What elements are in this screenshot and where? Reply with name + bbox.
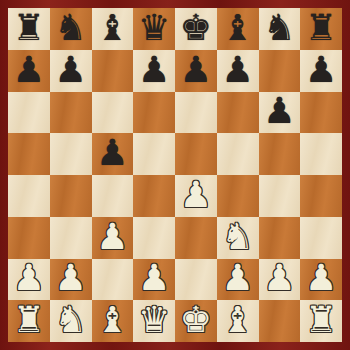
black-rook[interactable]: ♜ — [305, 10, 337, 46]
white-queen[interactable]: ♛ — [138, 302, 170, 338]
black-rook[interactable]: ♜ — [13, 10, 45, 46]
white-knight[interactable]: ♞ — [221, 219, 253, 255]
square-h7[interactable]: ♟ — [300, 50, 342, 92]
white-pawn[interactable]: ♟ — [96, 219, 128, 255]
square-c7[interactable] — [92, 50, 134, 92]
board-frame: ♜♞♝♛♚♝♞♜♟♟♟♟♟♟♟♟♟♟♞♟♟♟♟♟♟♜♞♝♛♚♝♜ — [0, 0, 350, 350]
black-knight[interactable]: ♞ — [263, 10, 295, 46]
square-b6[interactable] — [50, 92, 92, 134]
black-knight[interactable]: ♞ — [54, 10, 86, 46]
square-g5[interactable] — [259, 133, 301, 175]
black-pawn[interactable]: ♟ — [96, 135, 128, 171]
square-g7[interactable] — [259, 50, 301, 92]
black-pawn[interactable]: ♟ — [263, 93, 295, 129]
square-g1[interactable] — [259, 300, 301, 342]
square-d3[interactable] — [133, 217, 175, 259]
square-f1[interactable]: ♝ — [217, 300, 259, 342]
black-pawn[interactable]: ♟ — [54, 52, 86, 88]
square-b3[interactable] — [50, 217, 92, 259]
square-g8[interactable]: ♞ — [259, 8, 301, 50]
square-f8[interactable]: ♝ — [217, 8, 259, 50]
square-a8[interactable]: ♜ — [8, 8, 50, 50]
square-e5[interactable] — [175, 133, 217, 175]
white-pawn[interactable]: ♟ — [180, 177, 212, 213]
square-g2[interactable]: ♟ — [259, 259, 301, 301]
square-a5[interactable] — [8, 133, 50, 175]
square-a7[interactable]: ♟ — [8, 50, 50, 92]
square-h4[interactable] — [300, 175, 342, 217]
black-pawn[interactable]: ♟ — [180, 52, 212, 88]
square-h2[interactable]: ♟ — [300, 259, 342, 301]
square-d2[interactable]: ♟ — [133, 259, 175, 301]
square-e1[interactable]: ♚ — [175, 300, 217, 342]
square-e2[interactable] — [175, 259, 217, 301]
square-e7[interactable]: ♟ — [175, 50, 217, 92]
square-f7[interactable]: ♟ — [217, 50, 259, 92]
square-h6[interactable] — [300, 92, 342, 134]
square-a6[interactable] — [8, 92, 50, 134]
square-c2[interactable] — [92, 259, 134, 301]
square-a3[interactable] — [8, 217, 50, 259]
white-pawn[interactable]: ♟ — [138, 260, 170, 296]
square-c5[interactable]: ♟ — [92, 133, 134, 175]
square-c8[interactable]: ♝ — [92, 8, 134, 50]
white-pawn[interactable]: ♟ — [54, 260, 86, 296]
white-bishop[interactable]: ♝ — [221, 302, 253, 338]
black-pawn[interactable]: ♟ — [305, 52, 337, 88]
square-e3[interactable] — [175, 217, 217, 259]
black-pawn[interactable]: ♟ — [221, 52, 253, 88]
square-c6[interactable] — [92, 92, 134, 134]
white-rook[interactable]: ♜ — [13, 302, 45, 338]
square-a1[interactable]: ♜ — [8, 300, 50, 342]
square-e8[interactable]: ♚ — [175, 8, 217, 50]
black-bishop[interactable]: ♝ — [221, 10, 253, 46]
chess-board: ♜♞♝♛♚♝♞♜♟♟♟♟♟♟♟♟♟♟♞♟♟♟♟♟♟♜♞♝♛♚♝♜ — [8, 8, 342, 342]
white-pawn[interactable]: ♟ — [13, 260, 45, 296]
white-knight[interactable]: ♞ — [54, 302, 86, 338]
square-b5[interactable] — [50, 133, 92, 175]
square-c4[interactable] — [92, 175, 134, 217]
white-pawn[interactable]: ♟ — [305, 260, 337, 296]
square-f4[interactable] — [217, 175, 259, 217]
white-pawn[interactable]: ♟ — [221, 260, 253, 296]
square-g6[interactable]: ♟ — [259, 92, 301, 134]
white-bishop[interactable]: ♝ — [96, 302, 128, 338]
square-d1[interactable]: ♛ — [133, 300, 175, 342]
white-king[interactable]: ♚ — [180, 302, 212, 338]
square-h5[interactable] — [300, 133, 342, 175]
square-b2[interactable]: ♟ — [50, 259, 92, 301]
square-f5[interactable] — [217, 133, 259, 175]
square-d4[interactable] — [133, 175, 175, 217]
black-queen[interactable]: ♛ — [138, 10, 170, 46]
square-f2[interactable]: ♟ — [217, 259, 259, 301]
square-c3[interactable]: ♟ — [92, 217, 134, 259]
square-c1[interactable]: ♝ — [92, 300, 134, 342]
square-f3[interactable]: ♞ — [217, 217, 259, 259]
square-h3[interactable] — [300, 217, 342, 259]
white-rook[interactable]: ♜ — [305, 302, 337, 338]
square-b1[interactable]: ♞ — [50, 300, 92, 342]
square-d5[interactable] — [133, 133, 175, 175]
black-pawn[interactable]: ♟ — [138, 52, 170, 88]
square-a2[interactable]: ♟ — [8, 259, 50, 301]
square-g3[interactable] — [259, 217, 301, 259]
white-pawn[interactable]: ♟ — [263, 260, 295, 296]
square-b7[interactable]: ♟ — [50, 50, 92, 92]
square-e4[interactable]: ♟ — [175, 175, 217, 217]
square-f6[interactable] — [217, 92, 259, 134]
black-bishop[interactable]: ♝ — [96, 10, 128, 46]
square-b4[interactable] — [50, 175, 92, 217]
black-king[interactable]: ♚ — [180, 10, 212, 46]
black-pawn[interactable]: ♟ — [13, 52, 45, 88]
square-g4[interactable] — [259, 175, 301, 217]
square-b8[interactable]: ♞ — [50, 8, 92, 50]
square-d6[interactable] — [133, 92, 175, 134]
square-h8[interactable]: ♜ — [300, 8, 342, 50]
square-d8[interactable]: ♛ — [133, 8, 175, 50]
square-e6[interactable] — [175, 92, 217, 134]
square-a4[interactable] — [8, 175, 50, 217]
square-h1[interactable]: ♜ — [300, 300, 342, 342]
square-d7[interactable]: ♟ — [133, 50, 175, 92]
